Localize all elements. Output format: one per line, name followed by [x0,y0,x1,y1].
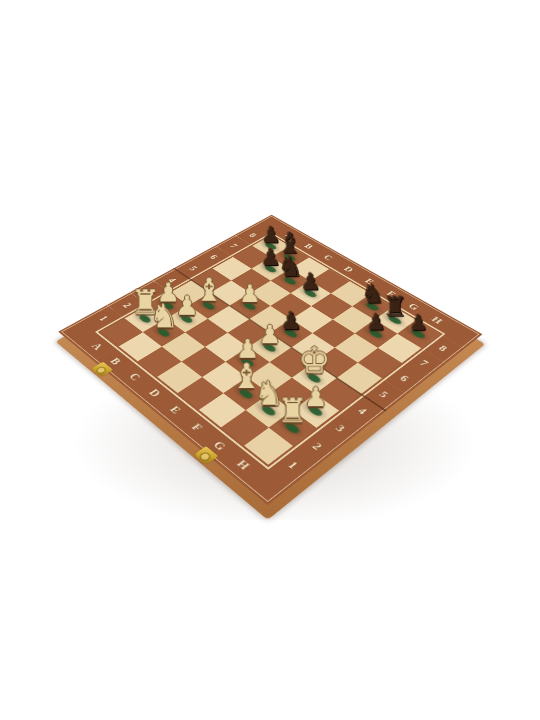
square-c4[interactable]: ♟ [229,293,270,319]
photo-canvas: ABCDEFGH8♟♝♞♜♟87♟♞♟♟7665♟♟54♝♟♚43♟♟♟♟32♜… [0,0,540,720]
white-pawn-c4[interactable]: ♟ [229,293,270,319]
pawn-glyph: ♟ [396,313,442,334]
chess-board: ABCDEFGH8♟♝♞♜♟87♟♞♟♟7665♟♟54♝♟♚43♟♟♟♟32♜… [58,215,482,506]
scene: ABCDEFGH8♟♝♞♜♟87♟♞♟♟7665♟♟54♝♟♚43♟♟♟♟32♜… [0,0,540,720]
king-glyph: ♚ [290,342,339,378]
pawn-glyph: ♟ [289,271,333,294]
knight-glyph: ♞ [141,299,187,332]
pawn-glyph: ♟ [353,312,399,334]
rook-glyph: ♜ [267,394,319,428]
pawn-glyph: ♟ [228,282,272,306]
